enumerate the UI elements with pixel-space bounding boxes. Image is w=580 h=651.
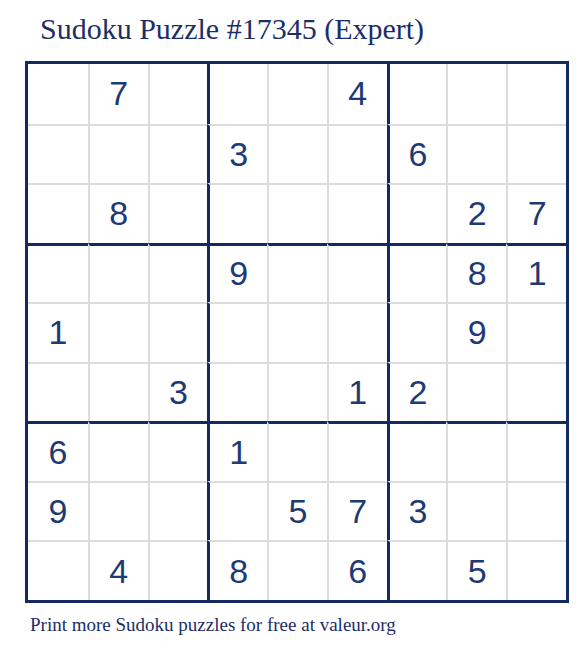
cell-r3c4-empty [207, 183, 267, 243]
cell-r4c9-given: 1 [506, 243, 566, 303]
cell-r8c5-given: 5 [267, 481, 327, 541]
cell-r2c4-given: 3 [207, 124, 267, 184]
cell-r5c7-empty [387, 302, 447, 362]
cell-r1c9-empty [506, 64, 566, 124]
cell-r7c9-empty [506, 421, 566, 481]
cell-r7c3-empty [148, 421, 208, 481]
cell-r5c9-empty [506, 302, 566, 362]
cell-r9c5-empty [267, 540, 327, 600]
cell-r1c8-empty [446, 64, 506, 124]
cell-r1c5-empty [267, 64, 327, 124]
cell-r8c6-given: 7 [327, 481, 387, 541]
cell-r1c7-empty [387, 64, 447, 124]
cell-r7c1-given: 6 [28, 421, 88, 481]
sudoku-grid: 7436827981193126195734865 [25, 61, 569, 603]
cell-r8c3-empty [148, 481, 208, 541]
cell-r8c9-empty [506, 481, 566, 541]
cell-r8c4-empty [207, 481, 267, 541]
cell-r5c4-empty [207, 302, 267, 362]
cell-r5c6-empty [327, 302, 387, 362]
cell-r8c2-empty [88, 481, 148, 541]
cell-r3c6-empty [327, 183, 387, 243]
cell-r9c7-empty [387, 540, 447, 600]
cell-r9c8-given: 5 [446, 540, 506, 600]
cell-r4c8-given: 8 [446, 243, 506, 303]
cell-r5c8-given: 9 [446, 302, 506, 362]
sudoku-print-page: Sudoku Puzzle #17345 (Expert) 7436827981… [0, 0, 580, 651]
cell-r9c6-given: 6 [327, 540, 387, 600]
cell-r9c9-empty [506, 540, 566, 600]
footer-text: Print more Sudoku puzzles for free at va… [30, 614, 396, 636]
cell-r3c3-empty [148, 183, 208, 243]
cell-r6c9-empty [506, 362, 566, 422]
cell-r5c1-given: 1 [28, 302, 88, 362]
cell-r8c8-empty [446, 481, 506, 541]
cell-r6c7-given: 2 [387, 362, 447, 422]
cell-r6c1-empty [28, 362, 88, 422]
cell-r9c1-empty [28, 540, 88, 600]
cell-r9c4-given: 8 [207, 540, 267, 600]
cell-r2c9-empty [506, 124, 566, 184]
cell-r2c8-empty [446, 124, 506, 184]
cell-r7c6-empty [327, 421, 387, 481]
cell-r6c6-given: 1 [327, 362, 387, 422]
cell-r2c2-empty [88, 124, 148, 184]
cell-r4c2-empty [88, 243, 148, 303]
cell-r3c9-given: 7 [506, 183, 566, 243]
cell-r4c6-empty [327, 243, 387, 303]
cell-r1c2-given: 7 [88, 64, 148, 124]
cell-r5c2-empty [88, 302, 148, 362]
cell-r3c2-given: 8 [88, 183, 148, 243]
cell-r2c3-empty [148, 124, 208, 184]
cell-r1c6-given: 4 [327, 64, 387, 124]
cell-r2c6-empty [327, 124, 387, 184]
cell-r4c5-empty [267, 243, 327, 303]
cell-r9c2-given: 4 [88, 540, 148, 600]
cell-r5c5-empty [267, 302, 327, 362]
cell-r3c8-given: 2 [446, 183, 506, 243]
cell-r5c3-empty [148, 302, 208, 362]
cell-r8c1-given: 9 [28, 481, 88, 541]
cell-r7c5-empty [267, 421, 327, 481]
cell-r2c5-empty [267, 124, 327, 184]
cell-r7c7-empty [387, 421, 447, 481]
cell-r7c2-empty [88, 421, 148, 481]
cell-r1c4-empty [207, 64, 267, 124]
cell-r2c1-empty [28, 124, 88, 184]
cell-r8c7-given: 3 [387, 481, 447, 541]
cell-r7c4-given: 1 [207, 421, 267, 481]
cell-r1c3-empty [148, 64, 208, 124]
cell-r6c4-empty [207, 362, 267, 422]
cell-r6c2-empty [88, 362, 148, 422]
cell-r4c3-empty [148, 243, 208, 303]
page-title: Sudoku Puzzle #17345 (Expert) [40, 12, 424, 46]
cell-r3c1-empty [28, 183, 88, 243]
cell-r4c4-given: 9 [207, 243, 267, 303]
cell-r1c1-empty [28, 64, 88, 124]
cell-r4c7-empty [387, 243, 447, 303]
cell-r9c3-empty [148, 540, 208, 600]
cell-r6c8-empty [446, 362, 506, 422]
cell-r2c7-given: 6 [387, 124, 447, 184]
cell-r3c7-empty [387, 183, 447, 243]
cell-r6c5-empty [267, 362, 327, 422]
cell-r6c3-given: 3 [148, 362, 208, 422]
cell-r3c5-empty [267, 183, 327, 243]
cell-r4c1-empty [28, 243, 88, 303]
cell-r7c8-empty [446, 421, 506, 481]
